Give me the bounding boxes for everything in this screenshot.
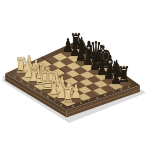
piece-white-rook-h1: ♜ bbox=[61, 84, 74, 105]
pieces-layer: ♜♞♝♛♚♝♞♜♟♟♟♟♟♟♟♟♟♟♟♟♟♟♟♟♜♞♝♛♚♝♞♜ bbox=[0, 0, 150, 150]
piece-black-pawn-h7: ♟ bbox=[110, 69, 121, 88]
chess-set-photo: 1a2b3c4d5e6f7g8h ♜♞♝♛♚♝♞♜♟♟♟♟♟♟♟♟♟♟♟♟♟♟♟… bbox=[0, 0, 150, 150]
